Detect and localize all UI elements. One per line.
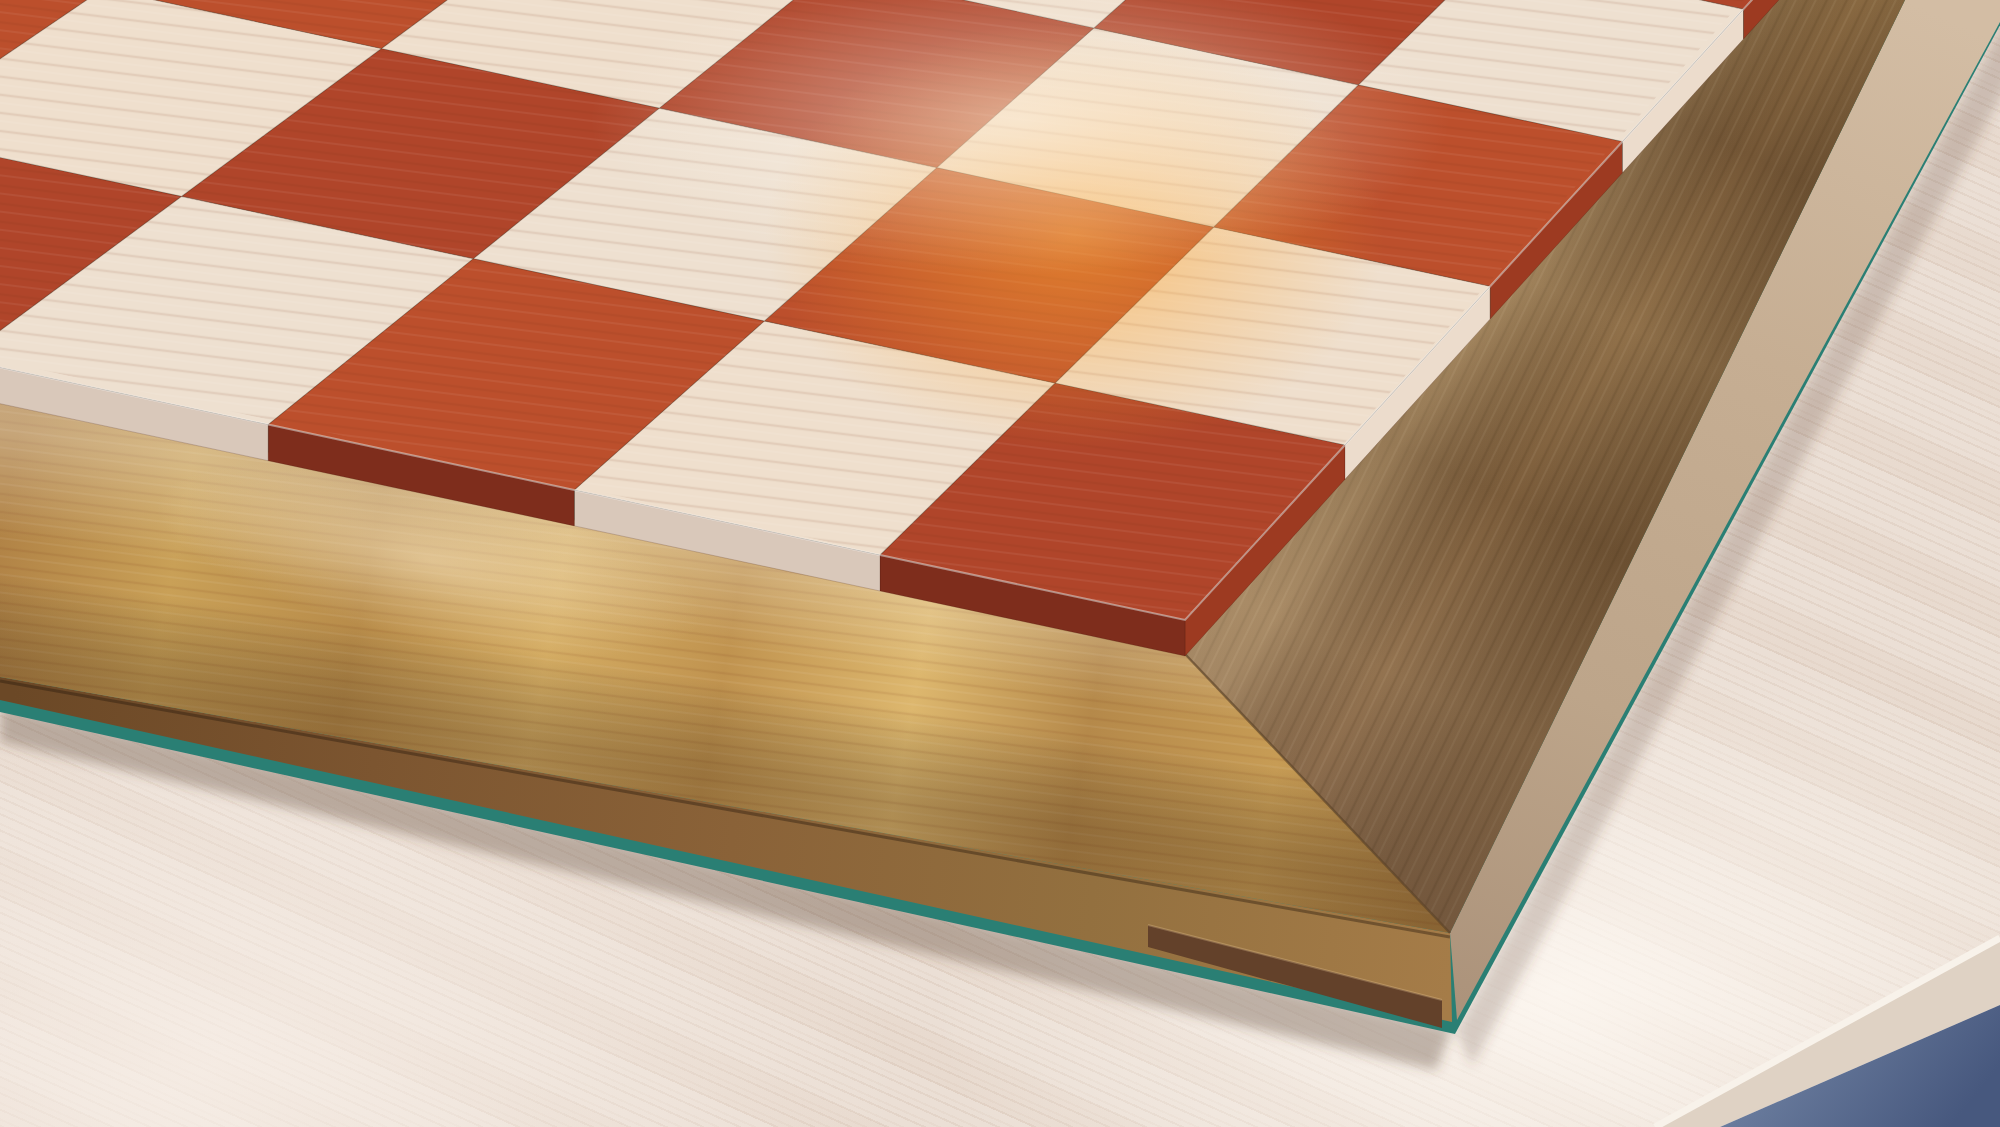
chessboard-photo (0, 0, 2000, 1127)
board-scene (0, 0, 2000, 1127)
table-edge-and-floor (1655, 938, 2000, 1127)
